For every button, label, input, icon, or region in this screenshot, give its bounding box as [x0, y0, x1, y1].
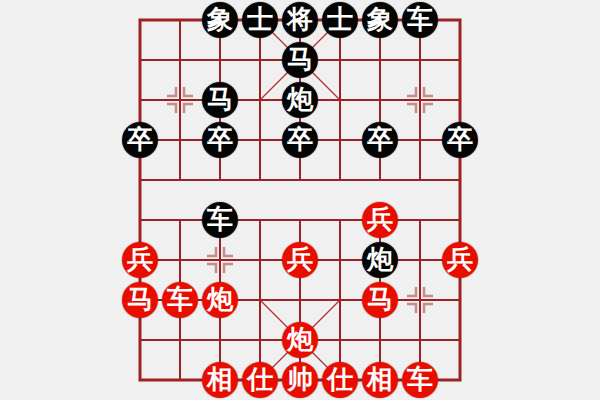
red-soldier[interactable]: 兵: [442, 242, 478, 278]
point-marker: [224, 264, 233, 273]
point-marker: [407, 87, 416, 96]
black-advisor[interactable]: 士: [242, 2, 278, 38]
point-marker: [407, 287, 416, 296]
red-advisor[interactable]: 仕: [242, 362, 278, 398]
point-marker: [424, 104, 433, 113]
black-horse[interactable]: 马: [282, 42, 318, 78]
black-advisor[interactable]: 士: [322, 2, 358, 38]
red-cannon[interactable]: 炮: [202, 282, 238, 318]
red-soldier[interactable]: 兵: [362, 202, 398, 238]
point-marker: [207, 247, 216, 256]
point-marker: [207, 264, 216, 273]
point-marker: [184, 87, 193, 96]
red-soldier[interactable]: 兵: [282, 242, 318, 278]
red-elephant[interactable]: 相: [202, 362, 238, 398]
red-advisor[interactable]: 仕: [322, 362, 358, 398]
black-soldier[interactable]: 卒: [282, 122, 318, 158]
red-general[interactable]: 帅: [282, 362, 318, 398]
red-horse[interactable]: 马: [362, 282, 398, 318]
black-soldier[interactable]: 卒: [442, 122, 478, 158]
black-general[interactable]: 将: [282, 2, 318, 38]
black-soldier[interactable]: 卒: [122, 122, 158, 158]
point-marker: [424, 304, 433, 313]
point-marker: [407, 104, 416, 113]
point-marker: [407, 304, 416, 313]
red-cannon[interactable]: 炮: [282, 322, 318, 358]
point-marker: [184, 104, 193, 113]
black-elephant[interactable]: 象: [202, 2, 238, 38]
black-cannon[interactable]: 炮: [362, 242, 398, 278]
point-marker: [424, 287, 433, 296]
black-elephant[interactable]: 象: [362, 2, 398, 38]
red-chariot[interactable]: 车: [402, 362, 438, 398]
red-soldier[interactable]: 兵: [122, 242, 158, 278]
point-marker: [224, 247, 233, 256]
xiangqi-app: 象士将士象车马马炮卒卒卒卒卒车兵兵兵炮兵马车炮马炮相仕帅仕相车: [0, 0, 600, 400]
black-soldier[interactable]: 卒: [362, 122, 398, 158]
black-chariot[interactable]: 车: [202, 202, 238, 238]
black-cannon[interactable]: 炮: [282, 82, 318, 118]
point-marker: [167, 87, 176, 96]
black-chariot[interactable]: 车: [402, 2, 438, 38]
red-chariot[interactable]: 车: [162, 282, 198, 318]
black-horse[interactable]: 马: [202, 82, 238, 118]
red-horse[interactable]: 马: [122, 282, 158, 318]
point-marker: [167, 104, 176, 113]
red-elephant[interactable]: 相: [362, 362, 398, 398]
point-marker: [424, 87, 433, 96]
black-soldier[interactable]: 卒: [202, 122, 238, 158]
